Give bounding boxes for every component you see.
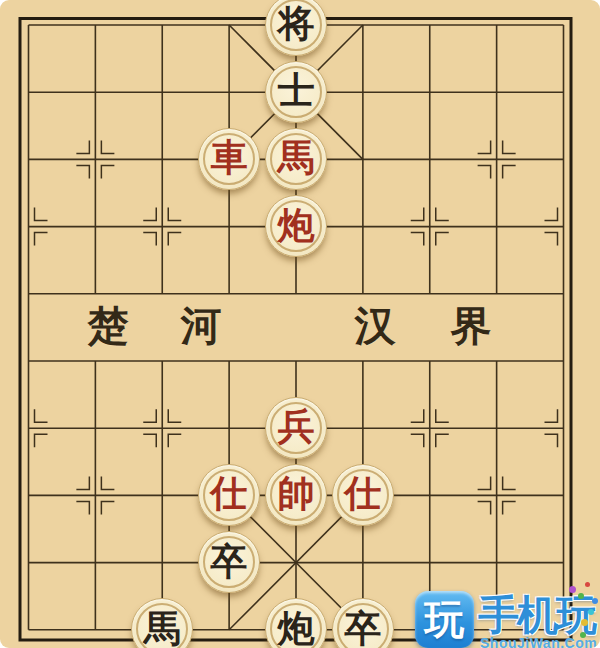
piece-character: 炮	[277, 207, 314, 244]
piece-red-車[interactable]: 車	[198, 128, 260, 190]
piece-red-仕[interactable]: 仕	[198, 464, 260, 526]
piece-black-卒[interactable]: 卒	[198, 531, 260, 593]
confetti-dot	[580, 632, 586, 638]
piece-character: 車	[211, 139, 248, 176]
piece-character: 卒	[211, 543, 248, 580]
piece-character: 仕	[211, 475, 248, 512]
piece-red-炮[interactable]: 炮	[265, 195, 327, 257]
confetti-dot	[585, 582, 590, 587]
confetti-dot	[588, 609, 594, 615]
confetti-dot	[569, 586, 576, 593]
piece-character: 帥	[277, 475, 314, 512]
piece-character: 馬	[277, 139, 314, 176]
confetti-dot	[578, 593, 584, 599]
piece-red-兵[interactable]: 兵	[265, 397, 327, 459]
piece-red-帥[interactable]: 帥	[265, 464, 327, 526]
river-label-he: 河	[181, 306, 222, 347]
piece-character: 馬	[144, 610, 181, 647]
river-label-chu: 楚	[88, 306, 129, 347]
piece-character: 仕	[344, 475, 381, 512]
confetti-dot	[581, 619, 588, 626]
xiangqi-board-screenshot: 楚 河 汉 界 将士車馬炮兵仕帥仕卒馬炮卒 玩 手机玩 ShouJiWan.Co…	[0, 0, 600, 648]
piece-character: 卒	[344, 610, 381, 647]
river-label-han: 汉	[355, 306, 396, 347]
piece-black-卒[interactable]: 卒	[332, 598, 394, 648]
piece-character: 炮	[277, 610, 314, 647]
piece-red-馬[interactable]: 馬	[265, 128, 327, 190]
confetti-dot	[592, 598, 598, 604]
piece-black-士[interactable]: 士	[265, 61, 327, 123]
piece-character: 兵	[277, 408, 314, 445]
piece-character: 将	[277, 5, 314, 42]
piece-red-仕[interactable]: 仕	[332, 464, 394, 526]
river-label-jie: 界	[451, 306, 492, 347]
piece-character: 士	[277, 72, 314, 109]
